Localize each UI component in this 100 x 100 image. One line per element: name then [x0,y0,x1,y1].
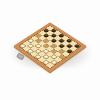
product-photo [0,0,100,100]
